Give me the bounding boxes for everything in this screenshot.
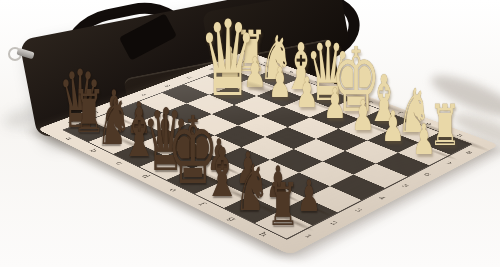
coord-label: c [114, 161, 124, 166]
coord-label: 1 [303, 233, 314, 238]
coord-label: d [339, 90, 348, 94]
coord-label: 6 [185, 76, 194, 79]
coord-label: g [226, 216, 238, 222]
coord-label: 3 [116, 102, 125, 106]
coord-label: 7 [444, 161, 454, 165]
coord-label: a [263, 61, 271, 64]
coord-label: f [396, 111, 403, 114]
coord-label: 5 [163, 84, 172, 87]
coord-label: h [257, 231, 269, 237]
coord-label: e [367, 100, 376, 104]
coord-label: g [425, 122, 434, 126]
coord-label: c [313, 80, 321, 83]
coord-label: 6 [422, 172, 432, 177]
coord-label: h [456, 133, 465, 137]
coord-label: 2 [91, 111, 100, 115]
coord-label: e [168, 187, 179, 192]
coord-label: a [64, 136, 74, 140]
coord-label: 5 [400, 184, 410, 189]
coord-label: 8 [464, 150, 473, 154]
coord-label: 4 [139, 93, 148, 97]
coord-label: f [197, 202, 206, 206]
coord-label: b [88, 148, 99, 153]
coord-label: 3 [353, 208, 363, 213]
coord-label: d [140, 174, 151, 179]
coord-label: 7 [207, 68, 215, 71]
chess-set-product-photo: aa88bb77cc66dd55ee44ff33gg22hh11 ♜♞♝♛♚♝♞… [0, 0, 500, 267]
coord-label: b [287, 70, 295, 73]
coord-label: 2 [329, 220, 340, 225]
coord-label: 8 [228, 60, 236, 63]
coord-label: 1 [66, 120, 75, 124]
coord-label: 4 [377, 195, 387, 200]
